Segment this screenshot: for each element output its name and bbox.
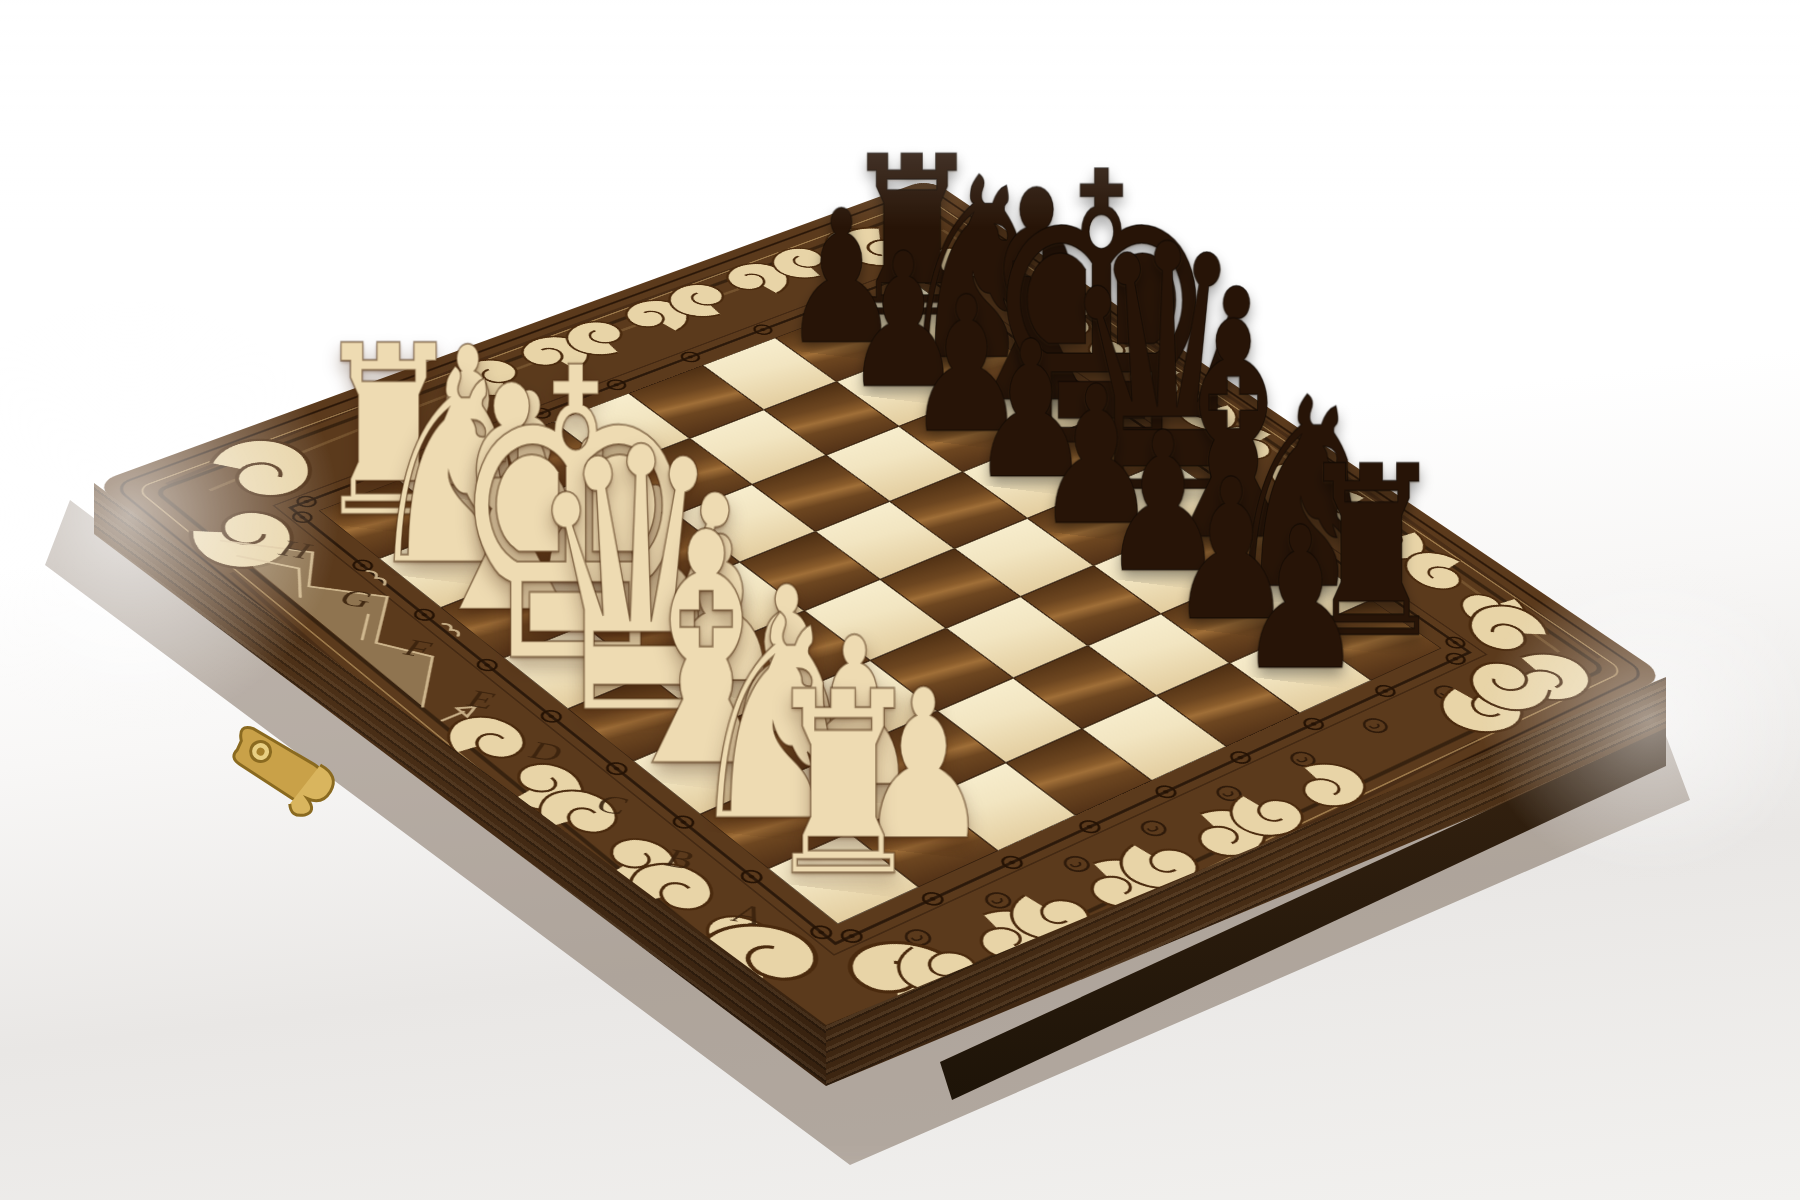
chess-board: H G F E D C B A ♜♞♝♚♛♝♞♜♟♟♟♟♟♟♟♟♟♟♟♟♟♟♟♟… (94, 178, 1666, 1079)
photo-backdrop: H G F E D C B A ♜♞♝♚♛♝♞♜♟♟♟♟♟♟♟♟♟♟♟♟♟♟♟♟… (0, 0, 1800, 1200)
brass-latch (205, 700, 375, 840)
